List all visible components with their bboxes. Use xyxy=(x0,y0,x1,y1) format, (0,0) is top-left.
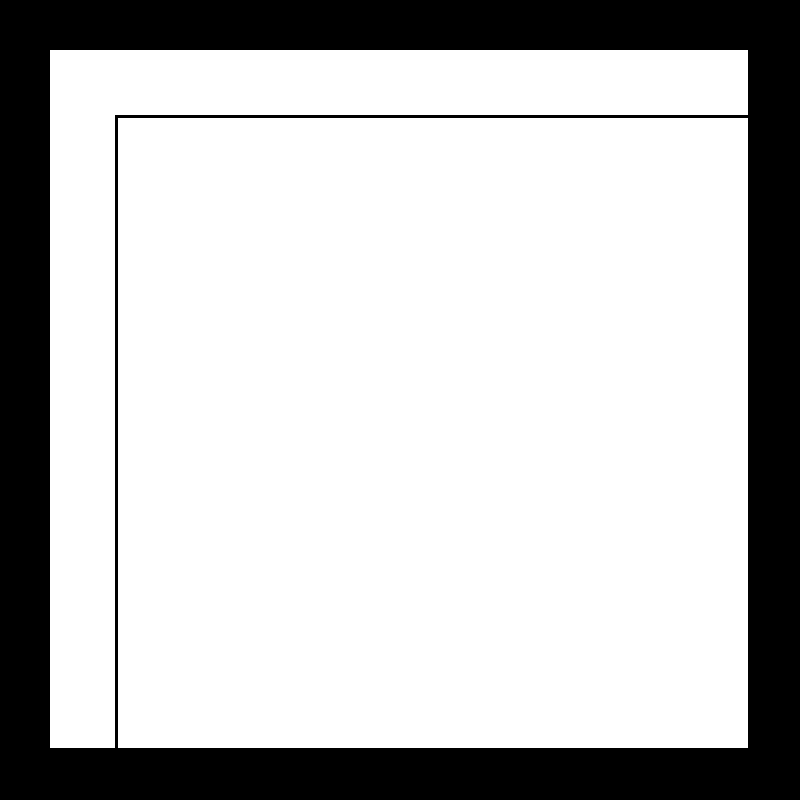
board-border xyxy=(115,115,793,793)
chess-diagram xyxy=(0,0,800,800)
board-grid xyxy=(118,118,790,790)
rank-labels xyxy=(0,68,54,740)
board-frame xyxy=(50,50,748,748)
file-labels xyxy=(68,745,740,800)
